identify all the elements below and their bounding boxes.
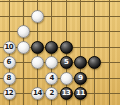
grid-line-horizontal [0, 1, 120, 2]
stone-white-move-8: 8 [3, 72, 16, 85]
stone-black-move-13: 13 [60, 87, 73, 100]
go-diagram-screenshot: 1065849121421311 [0, 0, 120, 105]
move-number-label: 4 [50, 75, 54, 82]
move-number-label: 9 [78, 75, 82, 82]
stone-white [60, 72, 73, 85]
stone-black-move-9: 9 [74, 72, 87, 85]
move-number-label: 8 [7, 75, 11, 82]
grid-line-horizontal [0, 16, 120, 17]
move-number-label: 13 [62, 90, 71, 97]
stone-white-move-2: 2 [45, 87, 58, 100]
stone-white-move-6: 6 [3, 56, 16, 69]
stone-white [31, 10, 44, 23]
move-number-label: 14 [33, 90, 42, 97]
stone-white-move-4: 4 [45, 72, 58, 85]
stone-black [74, 56, 87, 69]
move-number-label: 5 [64, 59, 68, 66]
move-number-label: 10 [4, 44, 13, 51]
move-number-label: 2 [50, 90, 54, 97]
go-board[interactable]: 1065849121421311 [0, 0, 120, 105]
move-number-label: 6 [7, 59, 11, 66]
stone-black-move-5: 5 [60, 56, 73, 69]
stone-white [31, 56, 44, 69]
stone-white-move-12: 12 [3, 87, 16, 100]
stone-black [31, 41, 44, 54]
stone-white-move-10: 10 [3, 41, 16, 54]
stone-black-move-11: 11 [74, 87, 87, 100]
stone-black [60, 41, 73, 54]
stone-black [88, 56, 101, 69]
move-number-label: 11 [76, 90, 85, 97]
stone-white [45, 56, 58, 69]
stone-white [17, 25, 30, 38]
stone-white [17, 41, 30, 54]
stone-white-move-14: 14 [31, 87, 44, 100]
stone-black [45, 41, 58, 54]
move-number-label: 12 [4, 90, 13, 97]
